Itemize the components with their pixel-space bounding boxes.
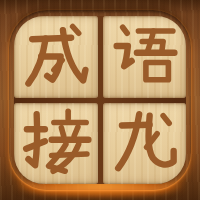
app-icon[interactable]: 成 语 bbox=[0, 0, 200, 200]
tile-character-text: 接 bbox=[14, 103, 15, 104]
tile-bottom-left: 接 bbox=[14, 103, 98, 185]
glyph-yu-icon bbox=[106, 19, 183, 94]
tile-character-text: 语 bbox=[103, 16, 104, 17]
tile-top-left: 成 bbox=[14, 16, 98, 98]
tile-grid: 成 语 bbox=[14, 16, 186, 184]
tile-character-text: 龙 bbox=[103, 103, 104, 104]
tile-top-right: 语 bbox=[103, 16, 187, 98]
glyph-long-icon bbox=[106, 106, 183, 181]
glyph-cheng-icon bbox=[17, 19, 94, 94]
tile-bottom-right: 龙 bbox=[103, 103, 187, 185]
wooden-frame: 成 语 bbox=[9, 10, 191, 190]
glyph-jie-icon bbox=[17, 106, 94, 181]
